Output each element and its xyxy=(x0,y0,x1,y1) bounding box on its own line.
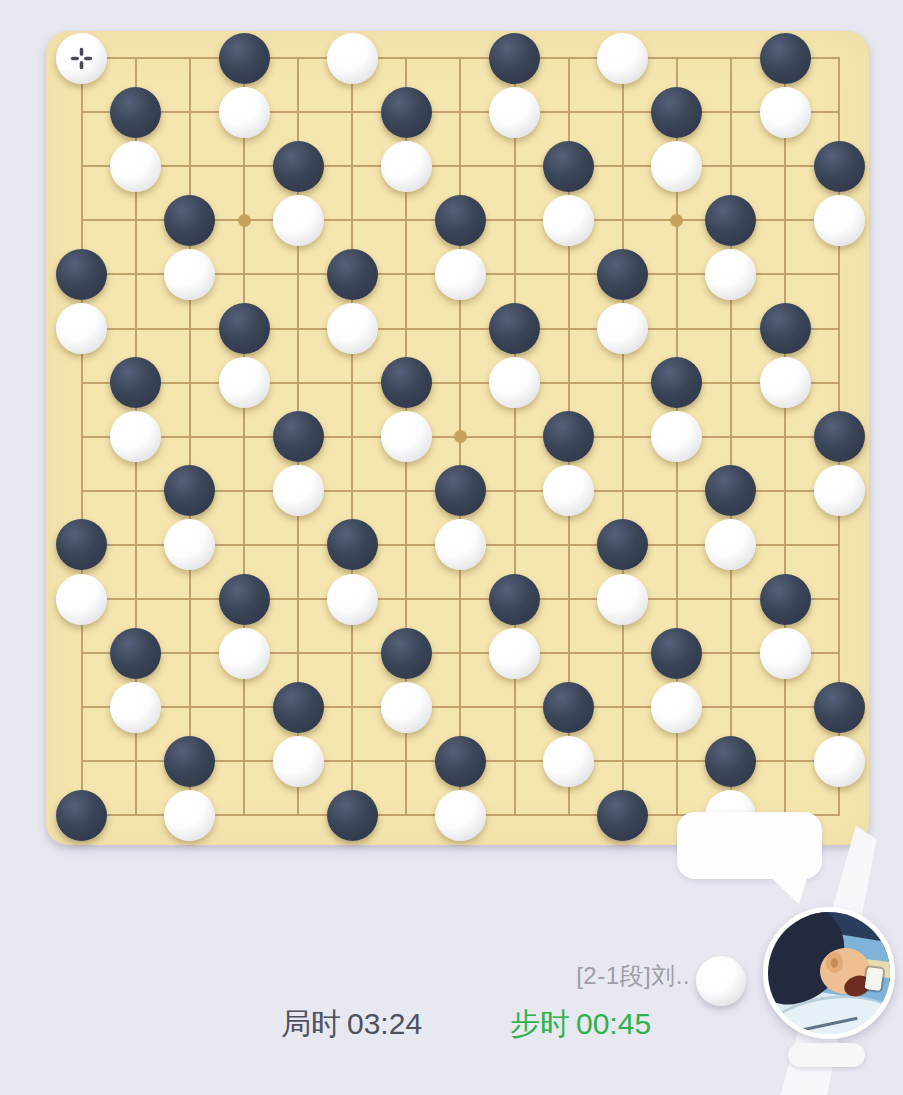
stone-white xyxy=(110,682,161,733)
stone-white xyxy=(381,411,432,462)
stone-black xyxy=(219,303,270,354)
stone-white xyxy=(760,87,811,138)
stone-white xyxy=(56,574,107,625)
stone-black xyxy=(273,682,324,733)
stone-black xyxy=(327,249,378,300)
grid-line xyxy=(514,57,516,816)
stone-white xyxy=(435,790,486,841)
game-time: 局时03:24 xyxy=(281,1004,428,1045)
move-time-label: 步时 xyxy=(510,1007,570,1040)
stone-black xyxy=(56,519,107,570)
stone-black xyxy=(651,357,702,408)
last-move-cross-icon xyxy=(56,33,107,84)
stone-white xyxy=(597,33,648,84)
stone-black xyxy=(56,790,107,841)
stone-black xyxy=(381,357,432,408)
stone-white xyxy=(651,141,702,192)
player-color-stone-white xyxy=(696,956,746,1006)
stone-black xyxy=(381,87,432,138)
stone-white xyxy=(381,141,432,192)
stone-black xyxy=(110,628,161,679)
stone-white xyxy=(110,411,161,462)
speech-bubble-tail xyxy=(766,876,808,904)
stone-white xyxy=(435,519,486,570)
grid-line xyxy=(622,57,624,816)
stone-black xyxy=(543,411,594,462)
stone-black xyxy=(435,195,486,246)
stone-black xyxy=(814,141,865,192)
star-point xyxy=(238,214,251,227)
stone-black xyxy=(164,736,215,787)
move-time: 步时00:45 xyxy=(510,1004,657,1045)
stone-white xyxy=(489,87,540,138)
stone-white xyxy=(273,465,324,516)
move-time-value: 00:45 xyxy=(576,1007,651,1040)
opponent-avatar[interactable] xyxy=(763,907,895,1039)
stone-white xyxy=(760,357,811,408)
stone-white xyxy=(705,519,756,570)
stone-black xyxy=(651,628,702,679)
stone-white xyxy=(381,682,432,733)
stone-white xyxy=(56,303,107,354)
grid-line xyxy=(730,57,732,816)
stone-white xyxy=(760,628,811,679)
stone-black xyxy=(705,195,756,246)
stone-black xyxy=(164,195,215,246)
stone-black xyxy=(705,736,756,787)
stone-black xyxy=(489,574,540,625)
stone-black xyxy=(164,465,215,516)
stone-white xyxy=(651,682,702,733)
stone-black xyxy=(219,574,270,625)
stone-white xyxy=(489,628,540,679)
stone-white xyxy=(110,141,161,192)
stone-white xyxy=(327,574,378,625)
stone-black xyxy=(327,790,378,841)
stone-white xyxy=(705,249,756,300)
avatar-tab xyxy=(788,1043,865,1067)
stone-white xyxy=(435,249,486,300)
stone-white xyxy=(597,303,648,354)
stone-black xyxy=(597,790,648,841)
stone-white xyxy=(814,465,865,516)
stone-black xyxy=(110,357,161,408)
speech-bubble xyxy=(677,812,822,879)
stone-white xyxy=(651,411,702,462)
opponent-name: [2-1段]刘.. xyxy=(400,960,690,992)
stone-white xyxy=(273,195,324,246)
stone-black xyxy=(219,33,270,84)
star-point xyxy=(454,430,467,443)
stone-white xyxy=(489,357,540,408)
stone-black xyxy=(814,682,865,733)
stone-black xyxy=(435,465,486,516)
stone-black xyxy=(273,411,324,462)
stone-black xyxy=(597,519,648,570)
grid-line xyxy=(81,706,840,708)
stone-black xyxy=(489,303,540,354)
stone-white xyxy=(327,303,378,354)
stone-white xyxy=(597,574,648,625)
stone-black xyxy=(381,628,432,679)
grid-line xyxy=(81,598,840,600)
stone-white xyxy=(543,195,594,246)
stone-black xyxy=(273,141,324,192)
stone-white xyxy=(219,628,270,679)
stone-white xyxy=(814,736,865,787)
avatar-art-cup xyxy=(865,967,884,991)
grid-line xyxy=(784,57,786,816)
gomoku-board[interactable] xyxy=(46,31,869,845)
stone-black xyxy=(814,411,865,462)
stone-black xyxy=(435,736,486,787)
stone-white xyxy=(543,736,594,787)
grid-line xyxy=(81,652,840,654)
stone-black xyxy=(56,249,107,300)
stone-black xyxy=(651,87,702,138)
stone-black xyxy=(597,249,648,300)
stone-black xyxy=(489,33,540,84)
game-time-value: 03:24 xyxy=(347,1007,422,1040)
stone-black xyxy=(327,519,378,570)
stone-black xyxy=(760,303,811,354)
stone-white xyxy=(273,736,324,787)
game-time-label: 局时 xyxy=(281,1007,341,1040)
stone-black xyxy=(760,574,811,625)
stone-black xyxy=(543,682,594,733)
stone-white xyxy=(164,790,215,841)
stone-white xyxy=(219,87,270,138)
stone-white xyxy=(327,33,378,84)
stone-white xyxy=(164,519,215,570)
stone-white xyxy=(164,249,215,300)
stone-white xyxy=(543,465,594,516)
stone-black xyxy=(543,141,594,192)
star-point xyxy=(670,214,683,227)
stone-black xyxy=(705,465,756,516)
stone-white xyxy=(814,195,865,246)
stone-black xyxy=(110,87,161,138)
avatar-art-ear-inner xyxy=(831,958,838,968)
stone-white xyxy=(219,357,270,408)
stone-black xyxy=(760,33,811,84)
